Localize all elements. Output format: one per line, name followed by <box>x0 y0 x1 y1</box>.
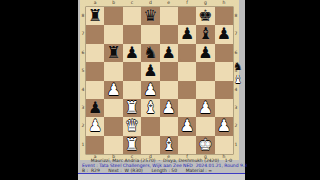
square-c3: ♜ <box>123 99 141 117</box>
square-e2 <box>160 117 178 135</box>
square-b5 <box>104 62 122 80</box>
material-imbalance-tray: ♞ ♝ <box>231 60 245 86</box>
white-queen-c2: ♛ <box>123 117 141 135</box>
chess-board-with-coordinates: abcdefgh 87654321 ♜♛♚♟♝♟♜♟♞♟♟♟♟♟♟♜♝♟♟♟♛♟… <box>80 0 239 160</box>
white-pawn-e3: ♟ <box>160 99 178 117</box>
square-e6: ♟ <box>160 44 178 62</box>
square-f3 <box>178 99 196 117</box>
black-queen-d8: ♛ <box>141 7 159 25</box>
chess-board: ♜♛♚♟♝♟♜♟♞♟♟♟♟♟♟♜♝♟♟♟♛♟♟♜♝♚ <box>86 7 233 154</box>
square-d4: ♟ <box>141 81 159 99</box>
square-d8: ♛ <box>141 7 159 25</box>
black-pawn-c6: ♟ <box>123 44 141 62</box>
square-b3 <box>104 99 122 117</box>
square-e8 <box>160 7 178 25</box>
square-h7: ♟ <box>215 25 233 43</box>
square-a1 <box>86 136 104 154</box>
square-f6 <box>178 44 196 62</box>
rank-label-7: 7 <box>233 25 239 43</box>
square-a4 <box>86 81 104 99</box>
black-knight-d6: ♞ <box>141 44 159 62</box>
square-f5 <box>178 62 196 80</box>
square-g8: ♚ <box>196 7 214 25</box>
file-label-c: c <box>123 0 141 7</box>
square-d5: ♟ <box>141 62 159 80</box>
square-d3: ♝ <box>141 99 159 117</box>
square-e3: ♟ <box>160 99 178 117</box>
square-f4 <box>178 81 196 99</box>
square-h3 <box>215 99 233 117</box>
square-f7: ♟ <box>178 25 196 43</box>
square-g2 <box>196 117 214 135</box>
square-d7 <box>141 25 159 43</box>
square-b2 <box>104 117 122 135</box>
square-b6: ♜ <box>104 44 122 62</box>
square-g5 <box>196 62 214 80</box>
square-a7 <box>86 25 104 43</box>
square-c7 <box>123 25 141 43</box>
square-c8 <box>123 7 141 25</box>
square-e5 <box>160 62 178 80</box>
square-e7 <box>160 25 178 43</box>
square-g3: ♟ <box>196 99 214 117</box>
square-g4 <box>196 81 214 99</box>
rank-label-1: 1 <box>233 136 239 154</box>
file-label-f: f <box>178 0 196 7</box>
square-a5 <box>86 62 104 80</box>
square-b4: ♟ <box>104 81 122 99</box>
corner <box>233 0 239 7</box>
white-rook-c3: ♜ <box>123 99 141 117</box>
white-pawn-d4: ♟ <box>141 81 159 99</box>
square-b8 <box>104 7 122 25</box>
square-c5 <box>123 62 141 80</box>
black-pawn-g6: ♟ <box>196 44 214 62</box>
square-e1: ♝ <box>160 136 178 154</box>
square-d1 <box>141 136 159 154</box>
square-h1 <box>215 136 233 154</box>
black-king-g8: ♚ <box>196 7 214 25</box>
square-b1 <box>104 136 122 154</box>
black-rook-a8: ♜ <box>86 7 104 25</box>
square-c2: ♛ <box>123 117 141 135</box>
square-f2: ♟ <box>178 117 196 135</box>
black-pawn-d5: ♟ <box>141 62 159 80</box>
square-b7 <box>104 25 122 43</box>
square-a2: ♟ <box>86 117 104 135</box>
square-a8: ♜ <box>86 7 104 25</box>
square-a3: ♟ <box>86 99 104 117</box>
white-pawn-a2: ♟ <box>86 117 104 135</box>
white-pawn-g3: ♟ <box>196 99 214 117</box>
square-d2 <box>141 117 159 135</box>
white-rook-c1: ♜ <box>123 136 141 154</box>
white-bishop-e1: ♝ <box>160 136 178 154</box>
square-f8 <box>178 7 196 25</box>
white-pawn-b4: ♟ <box>104 81 122 99</box>
square-c1: ♜ <box>123 136 141 154</box>
black-rook-b6: ♜ <box>104 44 122 62</box>
rank-label-2: 2 <box>233 117 239 135</box>
black-pawn-a3: ♟ <box>86 99 104 117</box>
file-label-b: b <box>104 0 122 7</box>
chess-gui-panel: abcdefgh 87654321 ♜♛♚♟♝♟♜♟♞♟♟♟♟♟♟♜♝♟♟♟♛♟… <box>78 0 245 180</box>
black-pawn-e6: ♟ <box>160 44 178 62</box>
rank-label-8: 8 <box>233 7 239 25</box>
square-f1 <box>178 136 196 154</box>
square-g1: ♚ <box>196 136 214 154</box>
white-pawn-h2: ♟ <box>215 117 233 135</box>
square-c6: ♟ <box>123 44 141 62</box>
white-king-g1: ♚ <box>196 136 214 154</box>
black-bishop-g7: ♝ <box>196 25 214 43</box>
square-h2: ♟ <box>215 117 233 135</box>
material-white-bishop-icon: ♝ <box>233 73 243 86</box>
square-g7: ♝ <box>196 25 214 43</box>
material-black-knight-icon: ♞ <box>233 60 243 73</box>
square-a6 <box>86 44 104 62</box>
game-status-line: B : R29 Next : W (R30) Length : 50 Mater… <box>78 168 249 173</box>
black-pawn-h7: ♟ <box>215 25 233 43</box>
square-g6: ♟ <box>196 44 214 62</box>
footer-bottom-strip <box>78 174 245 180</box>
white-bishop-d3: ♝ <box>141 99 159 117</box>
white-pawn-f2: ♟ <box>178 117 196 135</box>
file-label-e: e <box>160 0 178 7</box>
rank-label-3: 3 <box>233 99 239 117</box>
video-frame: abcdefgh 87654321 ♜♛♚♟♝♟♜♟♞♟♟♟♟♟♟♜♝♟♟♟♛♟… <box>0 0 320 180</box>
file-label-h: h <box>215 0 233 7</box>
square-h8 <box>215 7 233 25</box>
black-pawn-f7: ♟ <box>178 25 196 43</box>
square-c4 <box>123 81 141 99</box>
square-e4 <box>160 81 178 99</box>
square-d6: ♞ <box>141 44 159 62</box>
